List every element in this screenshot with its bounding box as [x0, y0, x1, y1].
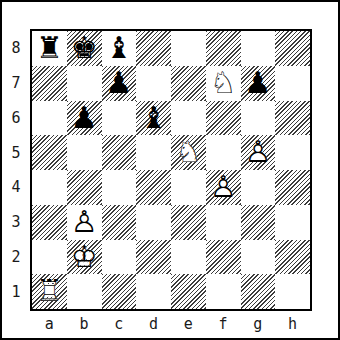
square-d2[interactable]	[136, 240, 171, 275]
square-h6[interactable]	[275, 101, 310, 136]
square-h5[interactable]	[275, 135, 310, 170]
square-h4[interactable]	[275, 170, 310, 205]
piece-white-pawn[interactable]: ♙	[206, 170, 241, 205]
file-label-h: h	[275, 315, 310, 333]
piece-black-bishop[interactable]: ♝	[136, 101, 171, 136]
piece-black-bishop[interactable]: ♝	[102, 31, 137, 66]
file-label-e: e	[171, 315, 206, 333]
file-label-g: g	[241, 315, 276, 333]
piece-black-pawn[interactable]: ♟	[241, 66, 276, 101]
square-g2[interactable]	[241, 240, 276, 275]
square-d5[interactable]	[136, 135, 171, 170]
piece-white-pawn[interactable]: ♙	[67, 205, 102, 240]
square-f5[interactable]	[206, 135, 241, 170]
square-e3[interactable]	[171, 205, 206, 240]
square-g7[interactable]: ♟	[241, 66, 276, 101]
piece-white-king[interactable]: ♔	[67, 240, 102, 275]
square-f8[interactable]	[206, 31, 241, 66]
square-a4[interactable]	[32, 170, 67, 205]
square-c1[interactable]	[102, 274, 137, 309]
square-g8[interactable]	[241, 31, 276, 66]
square-b8[interactable]: ♚	[67, 31, 102, 66]
piece-black-pawn[interactable]: ♟	[67, 101, 102, 136]
square-c2[interactable]	[102, 240, 137, 275]
square-f3[interactable]	[206, 205, 241, 240]
piece-black-pawn[interactable]: ♟	[102, 66, 137, 101]
piece-white-rook[interactable]: ♖	[32, 274, 67, 309]
square-h2[interactable]	[275, 240, 310, 275]
rank-label-6: 6	[5, 101, 27, 136]
square-d6[interactable]: ♝	[136, 101, 171, 136]
square-a5[interactable]	[32, 135, 67, 170]
rank-label-2: 2	[5, 240, 27, 275]
square-f4[interactable]: ♟♙	[206, 170, 241, 205]
square-d8[interactable]	[136, 31, 171, 66]
square-g5[interactable]: ♟♙	[241, 135, 276, 170]
chess-diagram-frame: 87654321 ♜♚♝♟♞♘♟♟♝♞♘♟♙♟♙♟♙♚♔♜♖ abcdefgh	[0, 0, 340, 340]
square-e2[interactable]	[171, 240, 206, 275]
square-f2[interactable]	[206, 240, 241, 275]
rank-label-4: 4	[5, 170, 27, 205]
square-a2[interactable]	[32, 240, 67, 275]
rank-label-3: 3	[5, 205, 27, 240]
piece-white-knight[interactable]: ♘	[206, 66, 241, 101]
square-g4[interactable]	[241, 170, 276, 205]
file-labels: abcdefgh	[32, 315, 310, 333]
square-h3[interactable]	[275, 205, 310, 240]
square-h7[interactable]	[275, 66, 310, 101]
square-a1[interactable]: ♜♖	[32, 274, 67, 309]
square-b3[interactable]: ♟♙	[67, 205, 102, 240]
square-c5[interactable]	[102, 135, 137, 170]
square-e4[interactable]	[171, 170, 206, 205]
square-e5[interactable]: ♞♘	[171, 135, 206, 170]
square-b4[interactable]	[67, 170, 102, 205]
rank-labels: 87654321	[5, 31, 27, 309]
square-h8[interactable]	[275, 31, 310, 66]
square-e8[interactable]	[171, 31, 206, 66]
square-f7[interactable]: ♞♘	[206, 66, 241, 101]
square-g3[interactable]	[241, 205, 276, 240]
rank-label-8: 8	[5, 31, 27, 66]
square-a6[interactable]	[32, 101, 67, 136]
square-a8[interactable]: ♜	[32, 31, 67, 66]
square-c8[interactable]: ♝	[102, 31, 137, 66]
file-label-c: c	[102, 315, 137, 333]
square-e1[interactable]	[171, 274, 206, 309]
rank-label-1: 1	[5, 274, 27, 309]
square-b7[interactable]	[67, 66, 102, 101]
file-label-b: b	[67, 315, 102, 333]
file-label-d: d	[136, 315, 171, 333]
square-b5[interactable]	[67, 135, 102, 170]
square-b1[interactable]	[67, 274, 102, 309]
piece-black-king[interactable]: ♚	[67, 31, 102, 66]
piece-white-knight[interactable]: ♘	[171, 135, 206, 170]
square-c3[interactable]	[102, 205, 137, 240]
square-c4[interactable]	[102, 170, 137, 205]
square-d1[interactable]	[136, 274, 171, 309]
square-a7[interactable]	[32, 66, 67, 101]
square-h1[interactable]	[275, 274, 310, 309]
square-f1[interactable]	[206, 274, 241, 309]
file-label-a: a	[32, 315, 67, 333]
square-c6[interactable]	[102, 101, 137, 136]
chess-board: ♜♚♝♟♞♘♟♟♝♞♘♟♙♟♙♟♙♚♔♜♖	[30, 29, 312, 311]
square-f6[interactable]	[206, 101, 241, 136]
square-c7[interactable]: ♟	[102, 66, 137, 101]
square-d3[interactable]	[136, 205, 171, 240]
square-e7[interactable]	[171, 66, 206, 101]
square-b2[interactable]: ♚♔	[67, 240, 102, 275]
square-d7[interactable]	[136, 66, 171, 101]
square-d4[interactable]	[136, 170, 171, 205]
rank-label-5: 5	[5, 135, 27, 170]
square-g6[interactable]	[241, 101, 276, 136]
square-g1[interactable]	[241, 274, 276, 309]
piece-white-pawn[interactable]: ♙	[241, 135, 276, 170]
file-label-f: f	[206, 315, 241, 333]
square-e6[interactable]	[171, 101, 206, 136]
square-b6[interactable]: ♟	[67, 101, 102, 136]
rank-label-7: 7	[5, 66, 27, 101]
square-a3[interactable]	[32, 205, 67, 240]
piece-black-rook[interactable]: ♜	[32, 31, 67, 66]
